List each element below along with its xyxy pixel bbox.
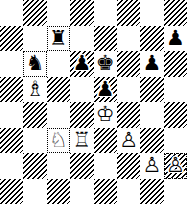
square-h1[interactable]: [164, 179, 187, 205]
square-f5[interactable]: [117, 77, 140, 103]
square-e4[interactable]: ♔: [94, 102, 117, 128]
piece-black-knight: ♞: [26, 53, 45, 74]
square-h8[interactable]: [164, 0, 187, 26]
square-c2[interactable]: [47, 153, 70, 179]
piece-white-pawn: ♙: [143, 155, 162, 176]
square-g2[interactable]: ♙: [140, 153, 163, 179]
square-e7[interactable]: [94, 26, 117, 52]
square-g1[interactable]: [140, 179, 163, 205]
piece-black-pawn: ♟: [166, 28, 185, 49]
square-d6[interactable]: ♟: [70, 51, 93, 77]
square-b1[interactable]: [23, 179, 46, 205]
square-c7[interactable]: ♜: [47, 26, 70, 52]
square-g7[interactable]: [140, 26, 163, 52]
square-f6[interactable]: [117, 51, 140, 77]
square-c4[interactable]: [47, 102, 70, 128]
square-e3[interactable]: [94, 128, 117, 154]
square-h5[interactable]: [164, 77, 187, 103]
square-f7[interactable]: [117, 26, 140, 52]
square-a4[interactable]: [0, 102, 23, 128]
square-a8[interactable]: [0, 0, 23, 26]
square-a7[interactable]: [0, 26, 23, 52]
square-a3[interactable]: [0, 128, 23, 154]
piece-black-pawn: ♟: [72, 53, 91, 74]
piece-black-pawn: ♟: [96, 79, 115, 100]
square-h3[interactable]: [164, 128, 187, 154]
square-h6[interactable]: [164, 51, 187, 77]
square-d3[interactable]: ♖: [70, 128, 93, 154]
square-e8[interactable]: [94, 0, 117, 26]
square-c6[interactable]: [47, 51, 70, 77]
square-g5[interactable]: [140, 77, 163, 103]
square-e2[interactable]: [94, 153, 117, 179]
piece-black-pawn: ♟: [143, 53, 162, 74]
square-d4[interactable]: [70, 102, 93, 128]
square-e1[interactable]: [94, 179, 117, 205]
square-b7[interactable]: [23, 26, 46, 52]
square-b2[interactable]: [23, 153, 46, 179]
square-d5[interactable]: [70, 77, 93, 103]
square-c1[interactable]: [47, 179, 70, 205]
square-f3[interactable]: ♙: [117, 128, 140, 154]
square-c5[interactable]: [47, 77, 70, 103]
square-g8[interactable]: [140, 0, 163, 26]
square-b8[interactable]: [23, 0, 46, 26]
square-a1[interactable]: [0, 179, 23, 205]
square-e5[interactable]: ♟: [94, 77, 117, 103]
square-f8[interactable]: [117, 0, 140, 26]
piece-black-king: ♚: [96, 53, 115, 74]
square-d2[interactable]: [70, 153, 93, 179]
square-c3[interactable]: ♘: [47, 128, 70, 154]
piece-white-knight: ♘: [49, 130, 68, 151]
square-f4[interactable]: [117, 102, 140, 128]
piece-white-king: ♔: [96, 104, 115, 125]
square-h7[interactable]: ♟: [164, 26, 187, 52]
square-g3[interactable]: [140, 128, 163, 154]
square-d8[interactable]: [70, 0, 93, 26]
chess-diagram: ♜♟♞♟♚♟♗♟♔♘♖♙♙♙: [0, 0, 187, 204]
piece-white-rook: ♖: [72, 130, 91, 151]
piece-white-pawn: ♙: [166, 155, 185, 176]
square-g6[interactable]: ♟: [140, 51, 163, 77]
square-a2[interactable]: [0, 153, 23, 179]
square-b4[interactable]: [23, 102, 46, 128]
square-h4[interactable]: [164, 102, 187, 128]
square-h2[interactable]: ♙: [164, 153, 187, 179]
square-f2[interactable]: [117, 153, 140, 179]
piece-white-pawn: ♙: [119, 130, 138, 151]
square-b5[interactable]: ♗: [23, 77, 46, 103]
square-f1[interactable]: [117, 179, 140, 205]
square-c8[interactable]: [47, 0, 70, 26]
square-g4[interactable]: [140, 102, 163, 128]
square-a6[interactable]: [0, 51, 23, 77]
square-d7[interactable]: [70, 26, 93, 52]
square-d1[interactable]: [70, 179, 93, 205]
square-b3[interactable]: [23, 128, 46, 154]
piece-black-rook: ♜: [49, 28, 68, 49]
piece-white-bishop: ♗: [26, 79, 45, 100]
square-e6[interactable]: ♚: [94, 51, 117, 77]
square-a5[interactable]: [0, 77, 23, 103]
chess-board: ♜♟♞♟♚♟♗♟♔♘♖♙♙♙: [0, 0, 187, 204]
square-b6[interactable]: ♞: [23, 51, 46, 77]
